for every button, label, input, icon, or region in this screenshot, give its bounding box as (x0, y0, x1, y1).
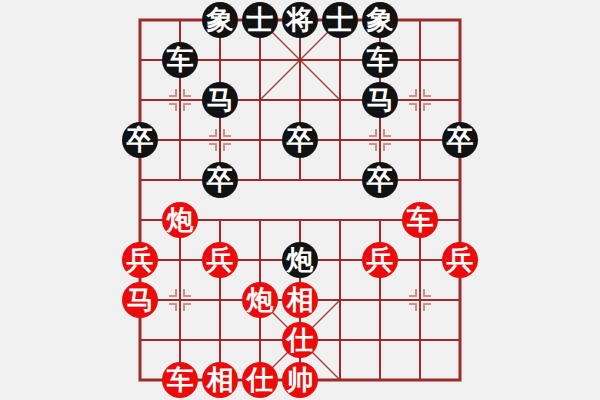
piece-black-pawn[interactable]: 卒 (202, 162, 238, 198)
piece-red-cannon[interactable]: 炮 (162, 202, 198, 238)
piece-red-pawn[interactable]: 兵 (442, 242, 478, 278)
piece-red-elephant[interactable]: 相 (282, 282, 318, 318)
piece-red-chariot[interactable]: 车 (162, 362, 198, 398)
piece-red-pawn[interactable]: 兵 (122, 242, 158, 278)
pieces-layer: 象士将士象车车马马卒卒卒卒卒炮车兵兵炮兵兵马炮相仕车相仕帅 (0, 0, 600, 400)
piece-red-advisor[interactable]: 仕 (242, 362, 278, 398)
piece-red-cannon[interactable]: 炮 (242, 282, 278, 318)
piece-red-general[interactable]: 帅 (282, 362, 318, 398)
piece-black-pawn[interactable]: 卒 (442, 122, 478, 158)
piece-black-chariot[interactable]: 车 (362, 42, 398, 78)
piece-red-horse[interactable]: 马 (122, 282, 158, 318)
piece-black-horse[interactable]: 马 (362, 82, 398, 118)
piece-red-pawn[interactable]: 兵 (202, 242, 238, 278)
piece-black-pawn[interactable]: 卒 (122, 122, 158, 158)
piece-red-elephant[interactable]: 相 (202, 362, 238, 398)
piece-black-pawn[interactable]: 卒 (282, 122, 318, 158)
piece-black-elephant[interactable]: 象 (362, 2, 398, 38)
piece-black-advisor[interactable]: 士 (322, 2, 358, 38)
piece-black-cannon[interactable]: 炮 (282, 242, 318, 278)
piece-red-pawn[interactable]: 兵 (362, 242, 398, 278)
xiangqi-app: 象士将士象车车马马卒卒卒卒卒炮车兵兵炮兵兵马炮相仕车相仕帅 (0, 0, 600, 400)
piece-red-advisor[interactable]: 仕 (282, 322, 318, 358)
piece-black-advisor[interactable]: 士 (242, 2, 278, 38)
piece-red-chariot[interactable]: 车 (402, 202, 438, 238)
piece-black-elephant[interactable]: 象 (202, 2, 238, 38)
piece-black-general[interactable]: 将 (282, 2, 318, 38)
piece-black-pawn[interactable]: 卒 (362, 162, 398, 198)
piece-black-horse[interactable]: 马 (202, 82, 238, 118)
piece-black-chariot[interactable]: 车 (162, 42, 198, 78)
